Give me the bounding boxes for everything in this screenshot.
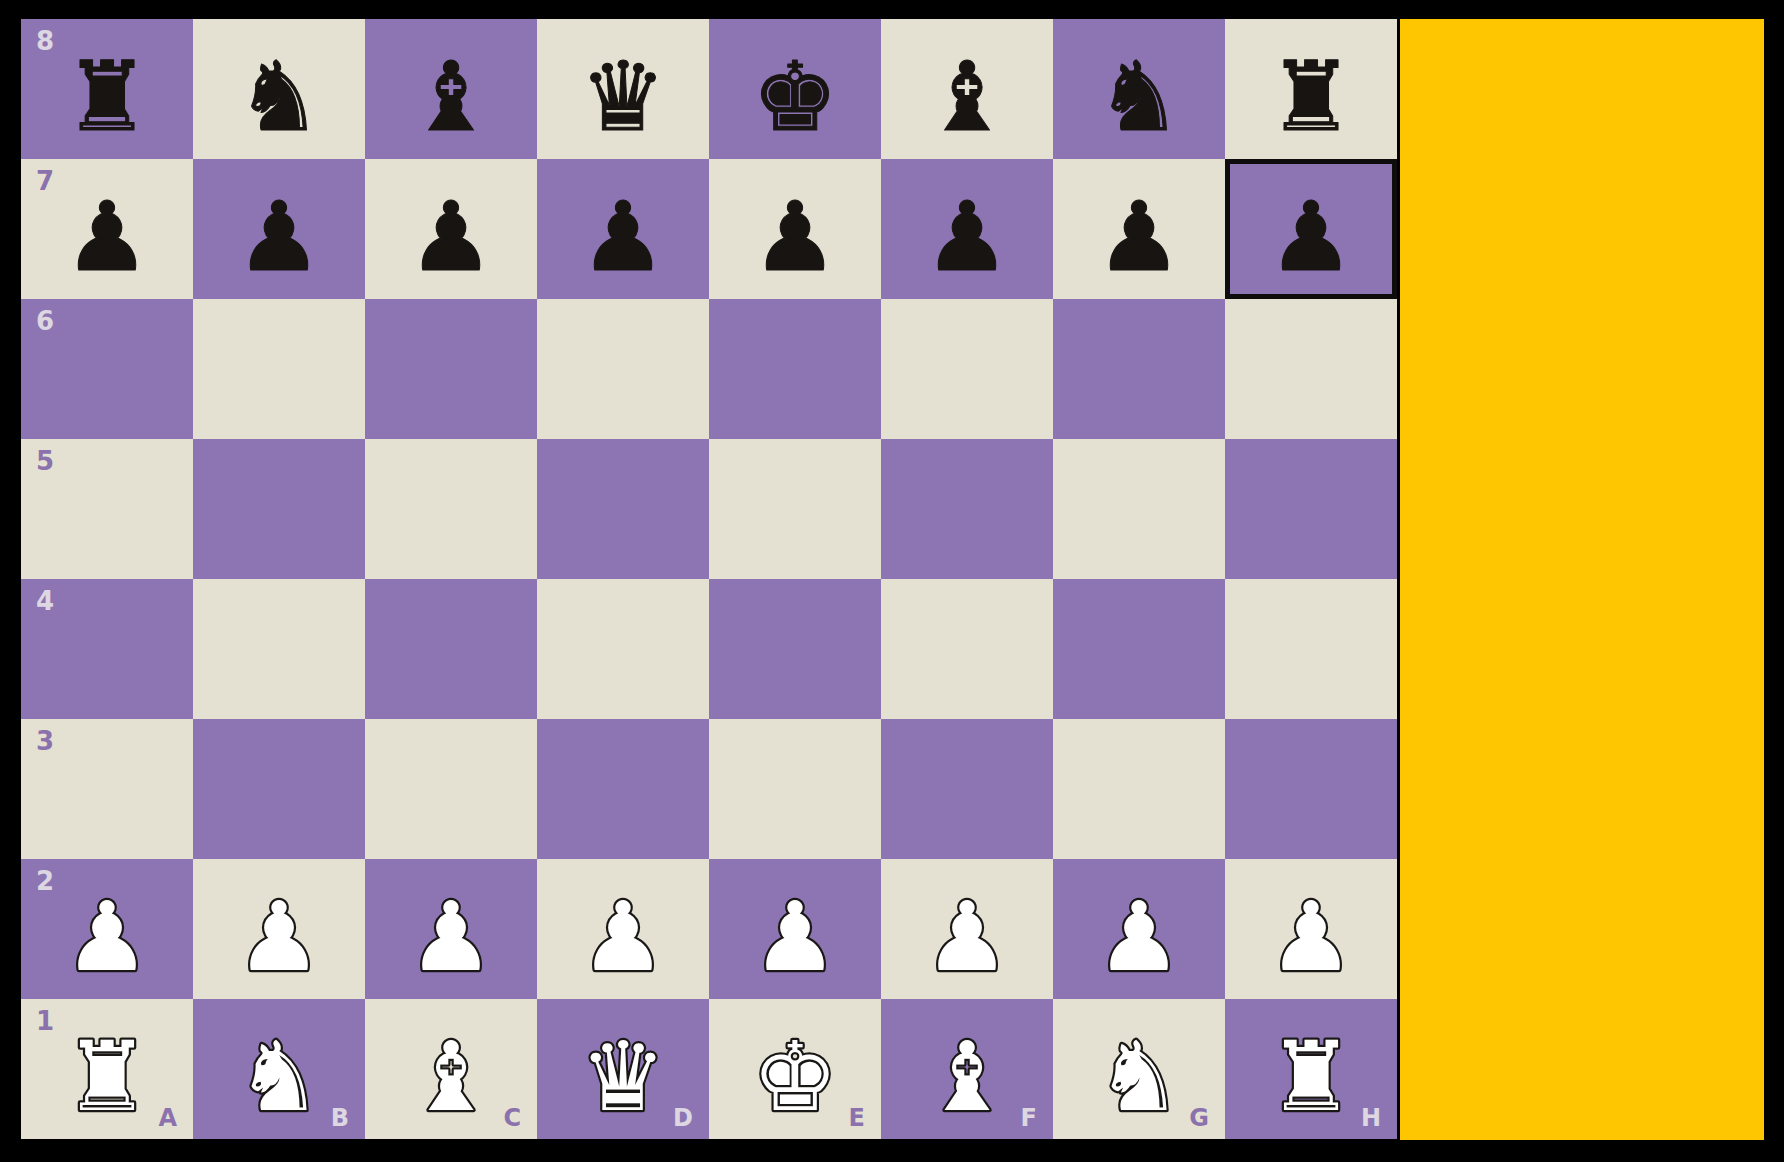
square-a7[interactable]: 7♟ xyxy=(21,159,193,299)
piece-white-pawn[interactable]: ♟ xyxy=(881,859,1053,999)
square-b7[interactable]: ♟ xyxy=(193,159,365,299)
svg-text:♜: ♜ xyxy=(1268,1021,1354,1133)
piece-white-king[interactable]: ♚ xyxy=(709,999,881,1139)
piece-black-pawn[interactable]: ♟ xyxy=(709,159,881,299)
piece-white-knight[interactable]: ♞ xyxy=(193,999,365,1139)
svg-text:♚: ♚ xyxy=(752,41,838,153)
svg-text:♟: ♟ xyxy=(408,881,494,993)
square-b8[interactable]: ♞ xyxy=(193,19,365,159)
svg-text:♝: ♝ xyxy=(924,41,1010,153)
svg-text:♜: ♜ xyxy=(64,1021,150,1133)
square-c6[interactable] xyxy=(365,299,537,439)
piece-black-knight[interactable]: ♞ xyxy=(193,19,365,159)
square-d7[interactable]: ♟ xyxy=(537,159,709,299)
square-c7[interactable]: ♟ xyxy=(365,159,537,299)
square-e5[interactable] xyxy=(709,439,881,579)
square-e3[interactable] xyxy=(709,719,881,859)
square-f2[interactable]: ♟ xyxy=(881,859,1053,999)
square-d4[interactable] xyxy=(537,579,709,719)
square-h6[interactable] xyxy=(1225,299,1397,439)
rank-label-3: 3 xyxy=(36,728,54,754)
square-g4[interactable] xyxy=(1053,579,1225,719)
piece-white-pawn[interactable]: ♟ xyxy=(21,859,193,999)
svg-text:♝: ♝ xyxy=(408,41,494,153)
svg-text:♝: ♝ xyxy=(408,1021,494,1133)
square-b1[interactable]: B♞ xyxy=(193,999,365,1139)
square-c2[interactable]: ♟ xyxy=(365,859,537,999)
side-panel xyxy=(1400,19,1764,1140)
square-h3[interactable] xyxy=(1225,719,1397,859)
svg-text:♝: ♝ xyxy=(924,1021,1010,1133)
piece-white-pawn[interactable]: ♟ xyxy=(1053,859,1225,999)
svg-text:♜: ♜ xyxy=(64,41,150,153)
piece-black-pawn[interactable]: ♟ xyxy=(881,159,1053,299)
square-f4[interactable] xyxy=(881,579,1053,719)
square-b5[interactable] xyxy=(193,439,365,579)
svg-text:♞: ♞ xyxy=(236,41,322,153)
piece-white-rook[interactable]: ♜ xyxy=(21,999,193,1139)
square-d2[interactable]: ♟ xyxy=(537,859,709,999)
svg-text:♛: ♛ xyxy=(580,1021,666,1133)
square-h8[interactable]: ♜ xyxy=(1225,19,1397,159)
svg-text:♟: ♟ xyxy=(1096,881,1182,993)
square-e6[interactable] xyxy=(709,299,881,439)
square-a5[interactable]: 5 xyxy=(21,439,193,579)
piece-black-pawn[interactable]: ♟ xyxy=(1053,159,1225,299)
square-a1[interactable]: 1A♜ xyxy=(21,999,193,1139)
piece-black-rook[interactable]: ♜ xyxy=(21,19,193,159)
square-d3[interactable] xyxy=(537,719,709,859)
square-g2[interactable]: ♟ xyxy=(1053,859,1225,999)
svg-text:♟: ♟ xyxy=(580,881,666,993)
rank-label-6: 6 xyxy=(36,308,54,334)
svg-text:♟: ♟ xyxy=(1268,881,1354,993)
piece-black-queen[interactable]: ♛ xyxy=(537,19,709,159)
piece-white-pawn[interactable]: ♟ xyxy=(1225,859,1397,999)
square-d6[interactable] xyxy=(537,299,709,439)
piece-white-rook[interactable]: ♜ xyxy=(1225,999,1397,1139)
square-d8[interactable]: ♛ xyxy=(537,19,709,159)
piece-white-pawn[interactable]: ♟ xyxy=(365,859,537,999)
piece-white-pawn[interactable]: ♟ xyxy=(537,859,709,999)
square-c1[interactable]: C♝ xyxy=(365,999,537,1139)
svg-text:♟: ♟ xyxy=(580,181,666,293)
square-f5[interactable] xyxy=(881,439,1053,579)
svg-text:♜: ♜ xyxy=(1268,41,1354,153)
square-e2[interactable]: ♟ xyxy=(709,859,881,999)
square-h5[interactable] xyxy=(1225,439,1397,579)
svg-text:♟: ♟ xyxy=(408,181,494,293)
svg-text:♟: ♟ xyxy=(752,881,838,993)
square-g7[interactable]: ♟ xyxy=(1053,159,1225,299)
piece-white-knight[interactable]: ♞ xyxy=(1053,999,1225,1139)
piece-black-rook[interactable]: ♜ xyxy=(1225,19,1397,159)
square-e7[interactable]: ♟ xyxy=(709,159,881,299)
svg-text:♟: ♟ xyxy=(924,881,1010,993)
svg-text:♛: ♛ xyxy=(580,41,666,153)
piece-black-pawn[interactable]: ♟ xyxy=(193,159,365,299)
square-e8[interactable]: ♚ xyxy=(709,19,881,159)
square-c3[interactable] xyxy=(365,719,537,859)
square-a2[interactable]: 2♟ xyxy=(21,859,193,999)
square-b6[interactable] xyxy=(193,299,365,439)
chess-board: 8♜♞♝♛♚♝♞♜7♟♟♟♟♟♟♟♟65432♟♟♟♟♟♟♟♟1A♜B♞C♝D♛… xyxy=(21,19,1397,1139)
square-a3[interactable]: 3 xyxy=(21,719,193,859)
square-d5[interactable] xyxy=(537,439,709,579)
square-g1[interactable]: G♞ xyxy=(1053,999,1225,1139)
square-c4[interactable] xyxy=(365,579,537,719)
square-e4[interactable] xyxy=(709,579,881,719)
piece-white-bishop[interactable]: ♝ xyxy=(365,999,537,1139)
svg-text:♟: ♟ xyxy=(64,181,150,293)
svg-text:♟: ♟ xyxy=(924,181,1010,293)
piece-white-pawn[interactable]: ♟ xyxy=(193,859,365,999)
square-b2[interactable]: ♟ xyxy=(193,859,365,999)
square-d1[interactable]: D♛ xyxy=(537,999,709,1139)
piece-black-pawn[interactable]: ♟ xyxy=(537,159,709,299)
piece-black-king[interactable]: ♚ xyxy=(709,19,881,159)
rank-label-4: 4 xyxy=(36,588,54,614)
svg-text:♟: ♟ xyxy=(752,181,838,293)
square-h1[interactable]: H♜ xyxy=(1225,999,1397,1139)
svg-text:♞: ♞ xyxy=(1096,1021,1182,1133)
square-b4[interactable] xyxy=(193,579,365,719)
piece-black-knight[interactable]: ♞ xyxy=(1053,19,1225,159)
svg-text:♟: ♟ xyxy=(64,881,150,993)
square-c5[interactable] xyxy=(365,439,537,579)
square-b3[interactable] xyxy=(193,719,365,859)
square-h2[interactable]: ♟ xyxy=(1225,859,1397,999)
piece-black-pawn[interactable]: ♟ xyxy=(1225,159,1397,299)
svg-text:♞: ♞ xyxy=(236,1021,322,1133)
square-g5[interactable] xyxy=(1053,439,1225,579)
square-f8[interactable]: ♝ xyxy=(881,19,1053,159)
piece-white-pawn[interactable]: ♟ xyxy=(709,859,881,999)
square-f6[interactable] xyxy=(881,299,1053,439)
svg-text:♟: ♟ xyxy=(1268,181,1354,293)
piece-black-pawn[interactable]: ♟ xyxy=(365,159,537,299)
square-g8[interactable]: ♞ xyxy=(1053,19,1225,159)
piece-white-bishop[interactable]: ♝ xyxy=(881,999,1053,1139)
square-e1[interactable]: E♚ xyxy=(709,999,881,1139)
square-f7[interactable]: ♟ xyxy=(881,159,1053,299)
svg-text:♟: ♟ xyxy=(236,881,322,993)
piece-black-bishop[interactable]: ♝ xyxy=(881,19,1053,159)
square-g6[interactable] xyxy=(1053,299,1225,439)
square-a8[interactable]: 8♜ xyxy=(21,19,193,159)
svg-text:♞: ♞ xyxy=(1096,41,1182,153)
square-a4[interactable]: 4 xyxy=(21,579,193,719)
square-g3[interactable] xyxy=(1053,719,1225,859)
square-h7[interactable]: ♟ xyxy=(1225,159,1397,299)
piece-black-pawn[interactable]: ♟ xyxy=(21,159,193,299)
square-c8[interactable]: ♝ xyxy=(365,19,537,159)
chess-app-window: 8♜♞♝♛♚♝♞♜7♟♟♟♟♟♟♟♟65432♟♟♟♟♟♟♟♟1A♜B♞C♝D♛… xyxy=(0,0,1784,1162)
svg-text:♟: ♟ xyxy=(1096,181,1182,293)
square-a6[interactable]: 6 xyxy=(21,299,193,439)
square-f3[interactable] xyxy=(881,719,1053,859)
square-h4[interactable] xyxy=(1225,579,1397,719)
piece-white-queen[interactable]: ♛ xyxy=(537,999,709,1139)
rank-label-5: 5 xyxy=(36,448,54,474)
svg-text:♟: ♟ xyxy=(236,181,322,293)
piece-black-bishop[interactable]: ♝ xyxy=(365,19,537,159)
square-f1[interactable]: F♝ xyxy=(881,999,1053,1139)
svg-text:♚: ♚ xyxy=(752,1021,838,1133)
